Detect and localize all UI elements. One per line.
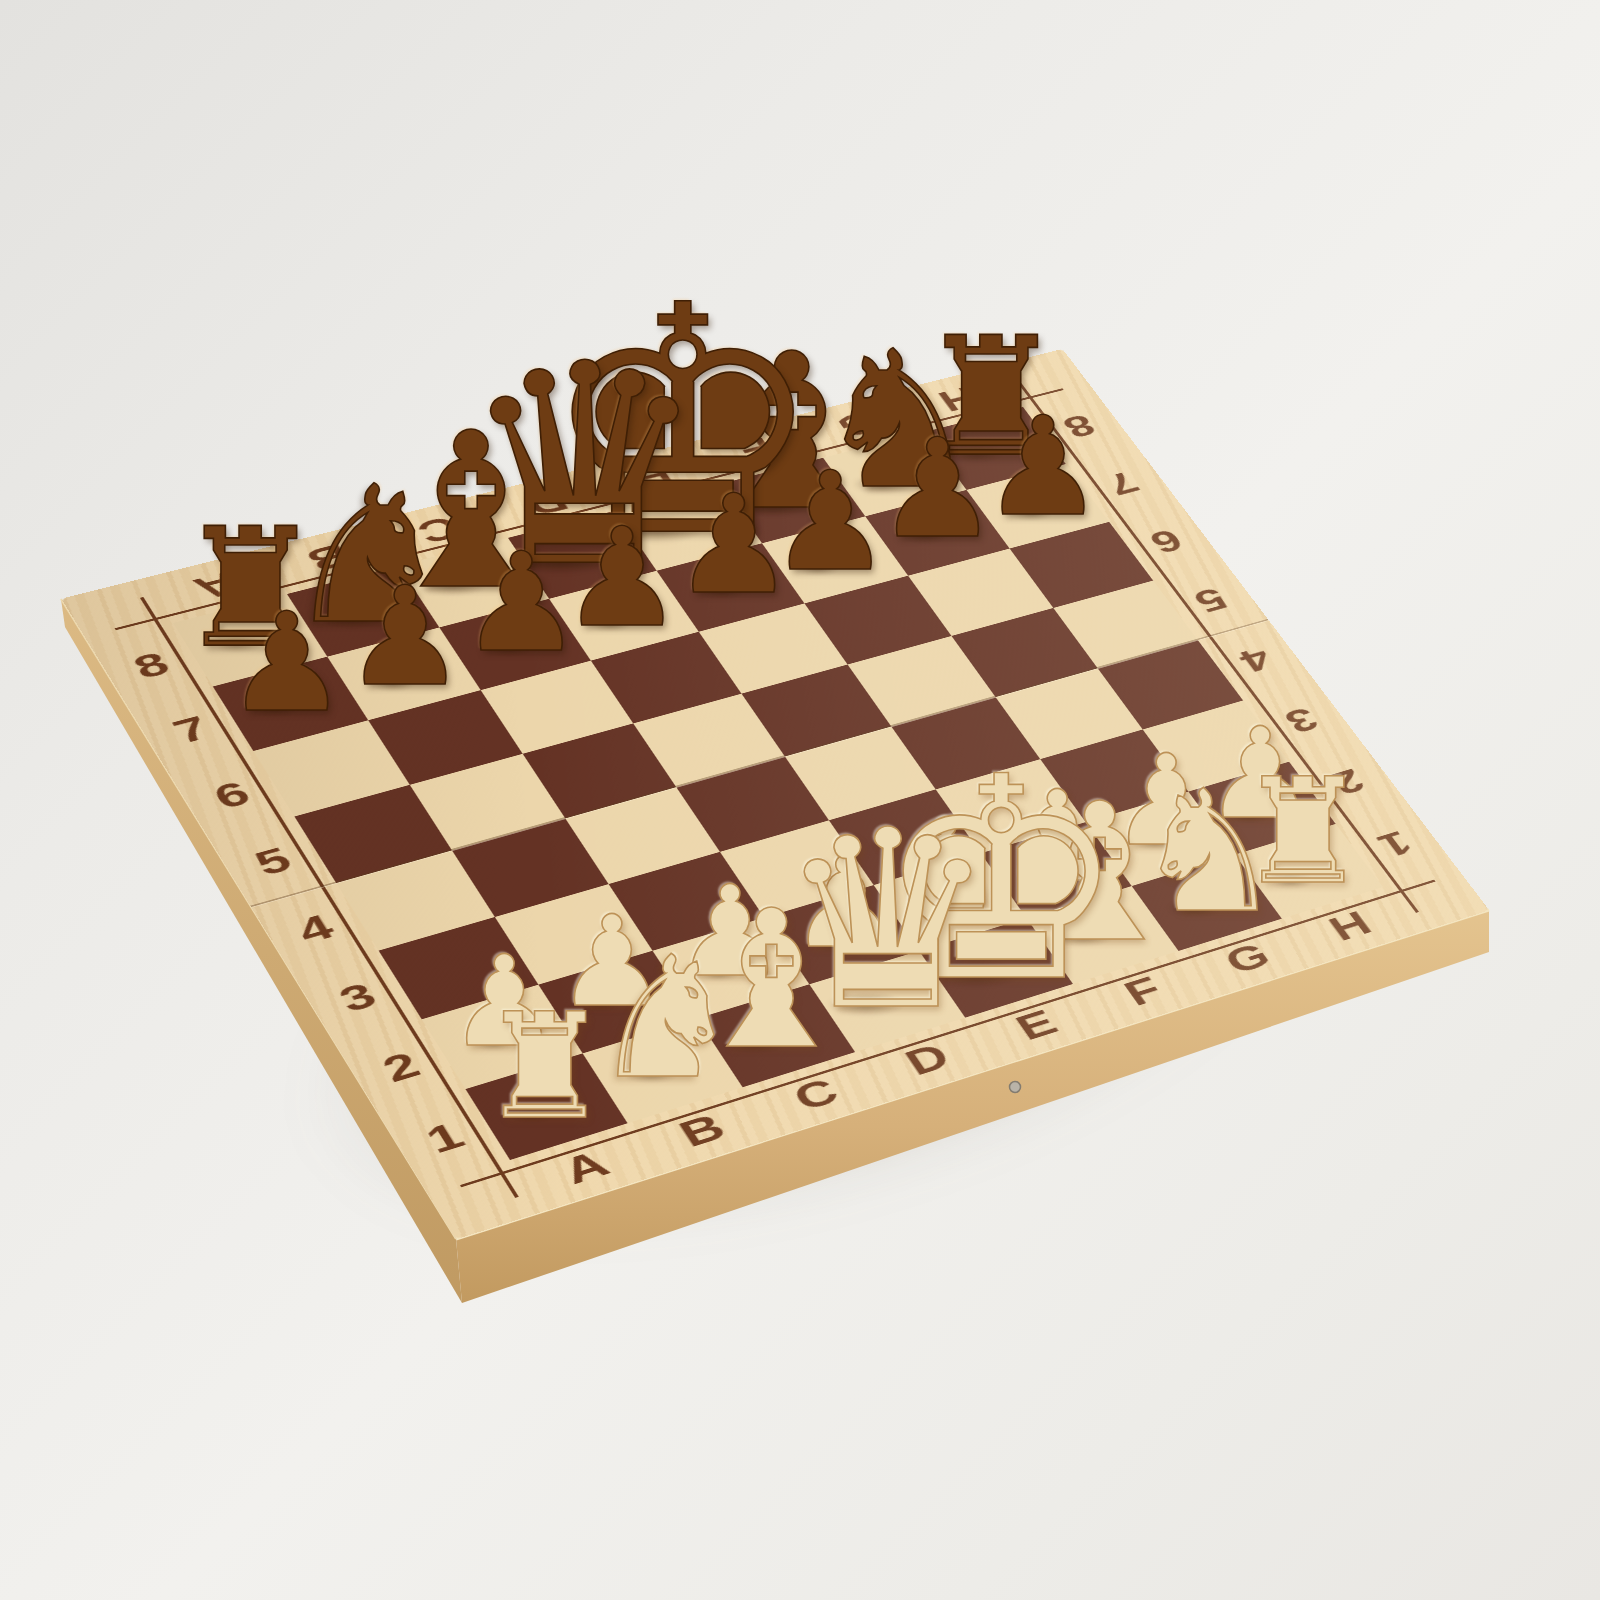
piece-white-rook-a1: ♜ — [479, 994, 610, 1140]
piece-black-pawn-b7: ♟ — [344, 570, 467, 707]
piece-black-pawn-g7: ♟ — [876, 422, 999, 559]
photo-background: { "game": "chess", "board": { "type": "f… — [0, 0, 1600, 1600]
piece-black-pawn-a7: ♟ — [225, 596, 348, 733]
piece-white-knight-b1: ♞ — [590, 934, 741, 1102]
piece-black-pawn-h7: ♟ — [982, 399, 1105, 536]
pieces-layer: ♜♞♝♟♚♟♛♟♝♟♞♟♜♟♟♟♟♟♟♜♟♞♝♟♟♚♟♛♝♟♞♜ — [0, 0, 1600, 1600]
piece-black-pawn-c7: ♟ — [460, 535, 583, 672]
piece-black-pawn-e7: ♟ — [672, 478, 795, 615]
